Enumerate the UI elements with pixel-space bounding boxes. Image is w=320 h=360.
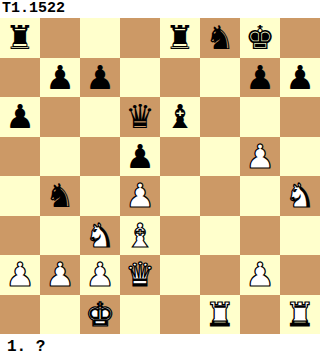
square-h5[interactable]	[280, 137, 320, 177]
piece-white-bishop: ♝	[125, 216, 155, 256]
square-h7[interactable]: ♟	[280, 58, 320, 98]
square-f7[interactable]	[200, 58, 240, 98]
piece-white-queen: ♛	[125, 255, 155, 295]
square-d8[interactable]	[120, 18, 160, 58]
square-b4[interactable]: ♞	[40, 176, 80, 216]
piece-black-knight: ♞	[205, 18, 235, 58]
square-f1[interactable]: ♜	[200, 295, 240, 335]
square-c4[interactable]	[80, 176, 120, 216]
square-a8[interactable]: ♜	[0, 18, 40, 58]
diagram-header: T1.1522	[0, 0, 320, 18]
piece-white-rook: ♜	[285, 295, 315, 335]
square-e2[interactable]	[160, 255, 200, 295]
square-b7[interactable]: ♟	[40, 58, 80, 98]
piece-white-pawn: ♟	[245, 137, 275, 177]
square-c3[interactable]: ♞	[80, 216, 120, 256]
square-h2[interactable]	[280, 255, 320, 295]
piece-white-king: ♚	[85, 295, 115, 335]
chess-diagram: T1.1522 ♜♜♞♚♟♟♟♟♟♛♝♟♟♞♟♞♞♝♟♟♟♛♟♚♜♜ 1. ?	[0, 0, 320, 360]
piece-black-queen: ♛	[125, 97, 155, 137]
square-b3[interactable]	[40, 216, 80, 256]
piece-white-pawn: ♟	[5, 255, 35, 295]
square-g2[interactable]: ♟	[240, 255, 280, 295]
square-c6[interactable]	[80, 97, 120, 137]
square-f4[interactable]	[200, 176, 240, 216]
square-c2[interactable]: ♟	[80, 255, 120, 295]
square-a6[interactable]: ♟	[0, 97, 40, 137]
square-a7[interactable]	[0, 58, 40, 98]
piece-black-pawn: ♟	[285, 58, 315, 98]
square-b8[interactable]	[40, 18, 80, 58]
square-h1[interactable]: ♜	[280, 295, 320, 335]
piece-black-pawn: ♟	[245, 58, 275, 98]
square-e7[interactable]	[160, 58, 200, 98]
piece-black-pawn: ♟	[85, 58, 115, 98]
piece-black-pawn: ♟	[5, 97, 35, 137]
square-e3[interactable]	[160, 216, 200, 256]
chess-board: ♜♜♞♚♟♟♟♟♟♛♝♟♟♞♟♞♞♝♟♟♟♛♟♚♜♜	[0, 18, 320, 334]
puzzle-title: T1.1522	[2, 0, 65, 18]
piece-black-rook: ♜	[165, 18, 195, 58]
piece-black-pawn: ♟	[45, 58, 75, 98]
square-a2[interactable]: ♟	[0, 255, 40, 295]
square-d6[interactable]: ♛	[120, 97, 160, 137]
move-prompt: 1. ?	[7, 338, 45, 356]
square-e4[interactable]	[160, 176, 200, 216]
square-d2[interactable]: ♛	[120, 255, 160, 295]
square-b5[interactable]	[40, 137, 80, 177]
piece-white-pawn: ♟	[85, 255, 115, 295]
square-f5[interactable]	[200, 137, 240, 177]
piece-black-pawn: ♟	[125, 137, 155, 177]
piece-black-bishop: ♝	[165, 97, 195, 137]
piece-white-pawn: ♟	[245, 255, 275, 295]
square-f2[interactable]	[200, 255, 240, 295]
piece-white-pawn: ♟	[125, 176, 155, 216]
square-g8[interactable]: ♚	[240, 18, 280, 58]
square-f8[interactable]: ♞	[200, 18, 240, 58]
square-a5[interactable]	[0, 137, 40, 177]
square-g5[interactable]: ♟	[240, 137, 280, 177]
square-a1[interactable]	[0, 295, 40, 335]
piece-white-rook: ♜	[205, 295, 235, 335]
square-c7[interactable]: ♟	[80, 58, 120, 98]
square-f6[interactable]	[200, 97, 240, 137]
square-b1[interactable]	[40, 295, 80, 335]
square-f3[interactable]	[200, 216, 240, 256]
piece-black-king: ♚	[245, 18, 275, 58]
square-h3[interactable]	[280, 216, 320, 256]
square-h4[interactable]: ♞	[280, 176, 320, 216]
square-g7[interactable]: ♟	[240, 58, 280, 98]
square-e6[interactable]: ♝	[160, 97, 200, 137]
square-g3[interactable]	[240, 216, 280, 256]
piece-white-pawn: ♟	[45, 255, 75, 295]
square-h6[interactable]	[280, 97, 320, 137]
square-h8[interactable]	[280, 18, 320, 58]
square-g4[interactable]	[240, 176, 280, 216]
square-a3[interactable]	[0, 216, 40, 256]
square-d1[interactable]	[120, 295, 160, 335]
square-c8[interactable]	[80, 18, 120, 58]
piece-white-knight: ♞	[285, 176, 315, 216]
square-e5[interactable]	[160, 137, 200, 177]
square-d5[interactable]: ♟	[120, 137, 160, 177]
square-g6[interactable]	[240, 97, 280, 137]
square-d3[interactable]: ♝	[120, 216, 160, 256]
square-c5[interactable]	[80, 137, 120, 177]
square-e8[interactable]: ♜	[160, 18, 200, 58]
piece-black-rook: ♜	[5, 18, 35, 58]
piece-white-knight: ♞	[85, 216, 115, 256]
square-d4[interactable]: ♟	[120, 176, 160, 216]
piece-black-knight: ♞	[45, 176, 75, 216]
square-d7[interactable]	[120, 58, 160, 98]
square-a4[interactable]	[0, 176, 40, 216]
square-e1[interactable]	[160, 295, 200, 335]
square-c1[interactable]: ♚	[80, 295, 120, 335]
diagram-footer: 1. ?	[0, 334, 320, 360]
square-g1[interactable]	[240, 295, 280, 335]
square-b6[interactable]	[40, 97, 80, 137]
square-b2[interactable]: ♟	[40, 255, 80, 295]
